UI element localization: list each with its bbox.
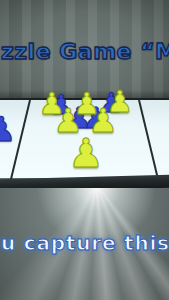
pawn-yellow[interactable]: ♟ — [66, 133, 106, 173]
challenge-question-banner: u capture this — [1, 231, 169, 255]
game-title-banner: zzle Game “Mi — [1, 39, 169, 64]
pawn-blue[interactable]: ♟ — [0, 112, 18, 146]
game-screenshot: ♟♟♟♟♟♟♟♟♟♟♟ zzle Game “Mi u capture this — [0, 0, 169, 300]
board-gridline-right — [138, 100, 159, 180]
